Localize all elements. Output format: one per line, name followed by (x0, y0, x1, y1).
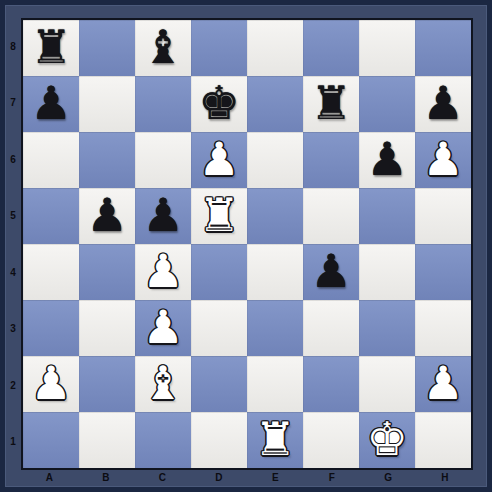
square-d5[interactable]: ♜ (191, 188, 247, 244)
piece-white-pawn: ♟ (135, 300, 191, 356)
square-d1[interactable] (191, 412, 247, 468)
square-h8[interactable] (415, 20, 471, 76)
square-b1[interactable] (79, 412, 135, 468)
chessboard: ♜♝♟♚♜♟♟♟♟♟♟♜♟♟♟♟♝♟♜♚ (21, 18, 473, 470)
piece-white-pawn: ♟ (23, 356, 79, 412)
square-h3[interactable] (415, 300, 471, 356)
piece-white-pawn: ♟ (415, 132, 471, 188)
piece-black-pawn: ♟ (303, 244, 359, 300)
rank-label-8: 8 (5, 18, 21, 75)
square-g7[interactable] (359, 76, 415, 132)
piece-white-bishop: ♝ (135, 356, 191, 412)
square-g2[interactable] (359, 356, 415, 412)
file-label-f: F (304, 470, 361, 485)
square-f4[interactable]: ♟ (303, 244, 359, 300)
square-b4[interactable] (79, 244, 135, 300)
square-b3[interactable] (79, 300, 135, 356)
piece-black-pawn: ♟ (135, 188, 191, 244)
square-d3[interactable] (191, 300, 247, 356)
square-h5[interactable] (415, 188, 471, 244)
square-g5[interactable] (359, 188, 415, 244)
square-e6[interactable] (247, 132, 303, 188)
square-b2[interactable] (79, 356, 135, 412)
square-g6[interactable]: ♟ (359, 132, 415, 188)
rank-label-6: 6 (5, 131, 21, 188)
square-a1[interactable] (23, 412, 79, 468)
file-label-g: G (360, 470, 417, 485)
square-f3[interactable] (303, 300, 359, 356)
rank-label-1: 1 (5, 414, 21, 471)
rank-label-3: 3 (5, 301, 21, 358)
square-h6[interactable]: ♟ (415, 132, 471, 188)
piece-white-pawn: ♟ (415, 356, 471, 412)
piece-black-pawn: ♟ (359, 132, 415, 188)
square-f1[interactable] (303, 412, 359, 468)
file-label-a: A (21, 470, 78, 485)
square-e4[interactable] (247, 244, 303, 300)
square-a4[interactable] (23, 244, 79, 300)
square-b8[interactable] (79, 20, 135, 76)
square-a2[interactable]: ♟ (23, 356, 79, 412)
square-c8[interactable]: ♝ (135, 20, 191, 76)
square-c6[interactable] (135, 132, 191, 188)
piece-white-king: ♚ (359, 412, 415, 468)
square-c3[interactable]: ♟ (135, 300, 191, 356)
square-g4[interactable] (359, 244, 415, 300)
square-e7[interactable] (247, 76, 303, 132)
piece-white-pawn: ♟ (191, 132, 247, 188)
square-b6[interactable] (79, 132, 135, 188)
square-c7[interactable] (135, 76, 191, 132)
rank-label-2: 2 (5, 357, 21, 414)
square-d2[interactable] (191, 356, 247, 412)
square-e8[interactable] (247, 20, 303, 76)
square-e1[interactable]: ♜ (247, 412, 303, 468)
square-h7[interactable]: ♟ (415, 76, 471, 132)
square-e5[interactable] (247, 188, 303, 244)
piece-black-rook: ♜ (23, 20, 79, 76)
square-f8[interactable] (303, 20, 359, 76)
square-a6[interactable] (23, 132, 79, 188)
square-d7[interactable]: ♚ (191, 76, 247, 132)
square-f2[interactable] (303, 356, 359, 412)
square-f6[interactable] (303, 132, 359, 188)
piece-black-bishop: ♝ (135, 20, 191, 76)
piece-black-pawn: ♟ (23, 76, 79, 132)
square-a3[interactable] (23, 300, 79, 356)
piece-white-rook: ♜ (247, 412, 303, 468)
square-a5[interactable] (23, 188, 79, 244)
square-e3[interactable] (247, 300, 303, 356)
chessboard-frame: 87654321 ABCDEFGH ♜♝♟♚♜♟♟♟♟♟♟♜♟♟♟♟♝♟♜♚ (0, 0, 492, 492)
square-c2[interactable]: ♝ (135, 356, 191, 412)
square-g3[interactable] (359, 300, 415, 356)
square-d8[interactable] (191, 20, 247, 76)
square-h1[interactable] (415, 412, 471, 468)
piece-black-rook: ♜ (303, 76, 359, 132)
square-e2[interactable] (247, 356, 303, 412)
file-label-c: C (134, 470, 191, 485)
square-d6[interactable]: ♟ (191, 132, 247, 188)
file-label-e: E (247, 470, 304, 485)
square-c5[interactable]: ♟ (135, 188, 191, 244)
square-c4[interactable]: ♟ (135, 244, 191, 300)
rank-label-7: 7 (5, 75, 21, 132)
rank-label-5: 5 (5, 188, 21, 245)
square-a7[interactable]: ♟ (23, 76, 79, 132)
square-h4[interactable] (415, 244, 471, 300)
piece-black-king: ♚ (191, 76, 247, 132)
square-a8[interactable]: ♜ (23, 20, 79, 76)
square-b7[interactable] (79, 76, 135, 132)
square-f7[interactable]: ♜ (303, 76, 359, 132)
file-label-b: B (78, 470, 135, 485)
square-f5[interactable] (303, 188, 359, 244)
square-d4[interactable] (191, 244, 247, 300)
piece-white-rook: ♜ (191, 188, 247, 244)
piece-black-pawn: ♟ (415, 76, 471, 132)
square-b5[interactable]: ♟ (79, 188, 135, 244)
square-h2[interactable]: ♟ (415, 356, 471, 412)
square-g1[interactable]: ♚ (359, 412, 415, 468)
file-labels: ABCDEFGH (21, 470, 473, 485)
square-c1[interactable] (135, 412, 191, 468)
piece-black-pawn: ♟ (79, 188, 135, 244)
rank-label-4: 4 (5, 244, 21, 301)
rank-labels: 87654321 (5, 18, 21, 470)
piece-white-pawn: ♟ (135, 244, 191, 300)
square-g8[interactable] (359, 20, 415, 76)
file-label-h: H (417, 470, 474, 485)
file-label-d: D (191, 470, 248, 485)
